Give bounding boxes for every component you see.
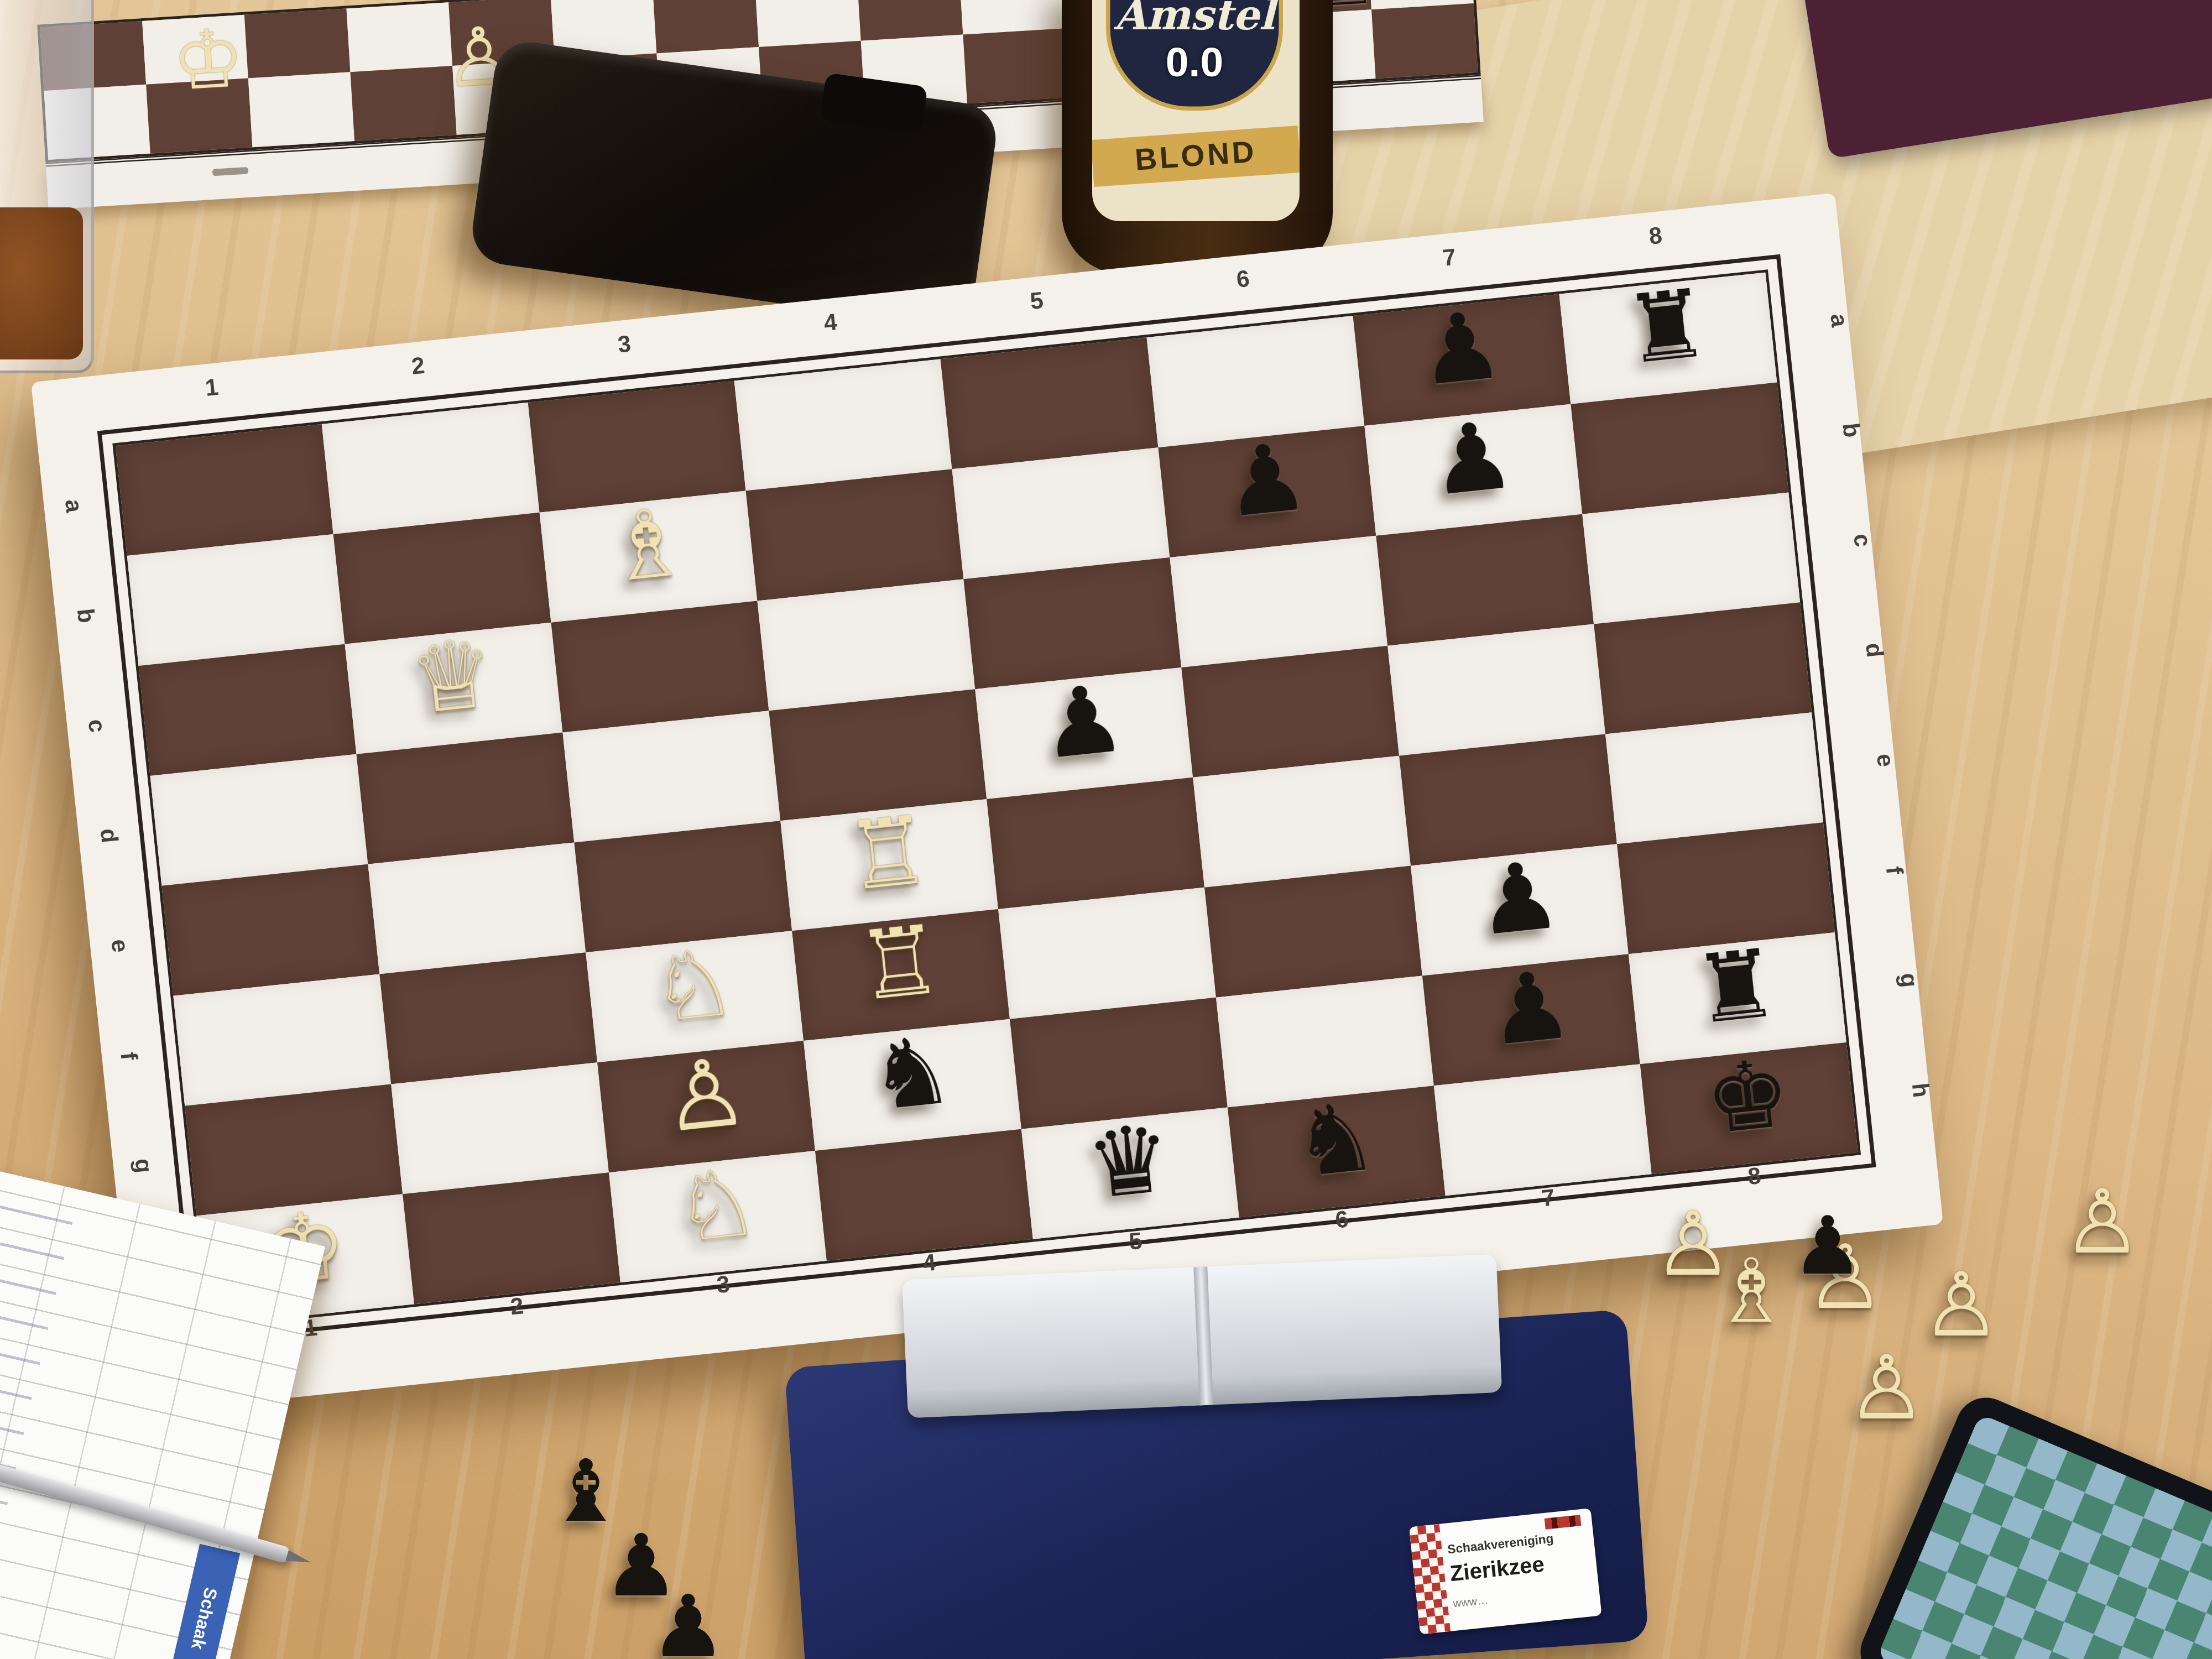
coord-right-c: c (1847, 533, 1876, 549)
square-h7 (1434, 1064, 1652, 1196)
second-board-label-mark (212, 167, 249, 176)
square-c6 (1170, 536, 1387, 667)
coord-top-8: 8 (1647, 222, 1663, 251)
clock-rocker-button[interactable] (902, 1254, 1502, 1418)
photo-stage: ♔♙♟♜ Amstel 0.0 BLOND ♟♜♗♟♟♕♟♖♘♖♟♙♞♟♜♔♘♛… (0, 0, 2212, 1659)
bottle-shield: Amstel 0.0 (1106, 0, 1283, 111)
square-f2 (379, 952, 597, 1084)
square-e5 (987, 778, 1204, 909)
piece-black-king-h8: ♚ (1701, 1046, 1794, 1148)
square-c3 (551, 601, 769, 732)
coord-left-e: e (105, 938, 133, 954)
piece-black-knight-g4: ♞ (864, 1022, 958, 1125)
piece-white-pawn-g3: ♙ (658, 1044, 752, 1146)
coord-top-5: 5 (1029, 288, 1045, 316)
piece-black-pawn-a7: ♟ (1414, 298, 1507, 400)
square-h6: ♞ (1228, 1086, 1446, 1217)
piece-white-knight-f3: ♘ (646, 934, 740, 1036)
club-sticker: Schaakvereniging Zierikzee www… (1409, 1508, 1602, 1634)
piece-black-pawn-g7: ♟ (1483, 958, 1577, 1060)
second-board-square (857, 0, 963, 41)
square-b5 (952, 447, 1170, 579)
coord-bottom-7: 7 (1540, 1185, 1556, 1213)
square-d1 (150, 754, 368, 886)
square-f6 (1204, 866, 1422, 998)
square-g2 (391, 1062, 609, 1194)
coord-top-6: 6 (1235, 265, 1251, 294)
piece-white-queen-c2: ♕ (406, 626, 499, 728)
piece-black-rook-g8: ♜ (1689, 936, 1783, 1038)
square-a4 (734, 359, 952, 491)
board-grid: ♟♜♗♟♟♕♟♖♘♖♟♙♞♟♜♔♘♛♞♚ (116, 273, 1858, 1326)
piece-white-knight-h3: ♘ (670, 1154, 763, 1256)
second-board-piece-white: ♔ (170, 18, 247, 102)
square-h5: ♛ (1021, 1108, 1239, 1239)
coord-left-d: d (93, 827, 122, 844)
coord-right-a: a (1824, 312, 1853, 328)
second-board-square (248, 72, 354, 147)
captured-white-piece: ♙ (2063, 1178, 2142, 1266)
coord-bottom-3: 3 (716, 1271, 732, 1300)
rocker-pivot (1193, 1267, 1213, 1406)
coord-bottom-2: 2 (509, 1293, 525, 1322)
square-d7 (1387, 624, 1605, 756)
square-g4: ♞ (804, 1019, 1021, 1151)
square-e2 (368, 842, 586, 974)
sticker-line2: Zierikzee (1449, 1552, 1546, 1587)
square-d5: ♟ (975, 667, 1193, 799)
second-board-square (346, 2, 452, 72)
coord-top-1: 1 (204, 374, 220, 403)
second-board-square (653, 0, 759, 53)
square-e6 (1193, 756, 1411, 888)
square-h8: ♚ (1640, 1042, 1858, 1174)
coord-bottom-8: 8 (1746, 1163, 1762, 1192)
scoresheet-blue-tab: Schaak (168, 1544, 241, 1659)
sticker-logo (1545, 1515, 1582, 1530)
coord-left-a: a (58, 498, 87, 514)
square-b1 (127, 534, 345, 666)
square-d6 (1181, 646, 1399, 778)
coord-top-3: 3 (617, 331, 633, 359)
square-b8 (1571, 383, 1788, 514)
coord-top-7: 7 (1442, 244, 1458, 273)
square-c2: ♕ (345, 623, 563, 754)
piece-black-rook-a8: ♜ (1620, 276, 1714, 378)
square-b4 (746, 469, 964, 601)
captured-white-piece: ♗ (1712, 1247, 1791, 1335)
beer-bottle: Amstel 0.0 BLOND (1062, 0, 1333, 274)
captured-black-piece: ♟ (650, 1584, 727, 1659)
square-h3: ♘ (609, 1151, 827, 1282)
bottle-label: Amstel 0.0 BLOND (1092, 0, 1300, 221)
piece-black-pawn-f7: ♟ (1472, 848, 1565, 950)
square-e1 (161, 864, 379, 996)
coord-right-g: g (1893, 972, 1922, 989)
square-g7: ♟ (1422, 954, 1640, 1086)
square-h2 (403, 1172, 620, 1304)
square-a5 (941, 337, 1159, 469)
bottle-brand-script: Amstel (1110, 0, 1279, 39)
square-c7 (1376, 514, 1594, 646)
coord-right-f: f (1879, 865, 1907, 876)
coord-right-e: e (1870, 753, 1899, 769)
square-b3: ♗ (540, 491, 758, 623)
square-d2 (356, 733, 574, 864)
scoresheet-handwriting (0, 1185, 77, 1659)
square-c1 (139, 644, 357, 776)
coord-right-d: d (1859, 641, 1888, 659)
square-h4 (815, 1129, 1033, 1261)
square-d8 (1594, 602, 1812, 734)
coord-left-g: g (128, 1157, 157, 1175)
coord-bottom-5: 5 (1128, 1228, 1144, 1256)
square-e8 (1605, 712, 1823, 844)
second-board-square (755, 0, 861, 47)
captured-white-piece: ♙ (1847, 1344, 1926, 1432)
second-board-square (244, 8, 351, 78)
square-c8 (1582, 492, 1800, 624)
sticker-checker-edge (1409, 1524, 1451, 1635)
second-board-square (1371, 3, 1478, 79)
square-f1 (173, 974, 391, 1106)
piece-black-pawn-d5: ♟ (1036, 671, 1129, 773)
piece-black-pawn-b7: ♟ (1426, 408, 1519, 510)
piece-black-pawn-b6: ♟ (1219, 429, 1313, 531)
square-f5 (998, 888, 1216, 1019)
piece-white-bishop-b3: ♗ (601, 494, 694, 597)
bottle-abv-text: 0.0 (1110, 39, 1279, 86)
coord-bottom-4: 4 (921, 1249, 937, 1278)
piece-black-queen-h5: ♛ (1082, 1111, 1176, 1213)
bottle-blond-band: BLOND (1092, 126, 1300, 187)
piece-white-rook-e4: ♖ (841, 802, 935, 905)
square-b7: ♟ (1364, 404, 1582, 536)
coord-right-h: h (1905, 1082, 1934, 1099)
square-c4 (757, 579, 975, 711)
square-a1 (116, 424, 333, 556)
second-board-square (963, 28, 1069, 103)
coord-left-b: b (70, 607, 99, 624)
coord-left-f: f (114, 1051, 142, 1061)
sticker-line3: www… (1453, 1594, 1489, 1610)
coord-top-2: 2 (410, 352, 426, 381)
captured-white-piece: ♙ (1922, 1261, 2001, 1349)
square-a2 (322, 403, 540, 534)
square-d3 (562, 711, 780, 842)
coord-left-c: c (81, 718, 110, 734)
piece-black-knight-h6: ♞ (1288, 1089, 1382, 1192)
square-b6: ♟ (1158, 426, 1376, 557)
chess-clock: Schaakvereniging Zierikzee www… (784, 1310, 1648, 1659)
captured-black-pawn-on-border: ♟ (1792, 1206, 1864, 1286)
coord-right-b: b (1836, 422, 1865, 439)
piece-white-rook-f4: ♖ (853, 912, 946, 1015)
square-a8: ♜ (1559, 273, 1777, 404)
coord-bottom-6: 6 (1334, 1206, 1350, 1235)
second-board-square (350, 66, 456, 141)
tea-glass (0, 207, 83, 359)
coord-top-4: 4 (823, 309, 839, 338)
